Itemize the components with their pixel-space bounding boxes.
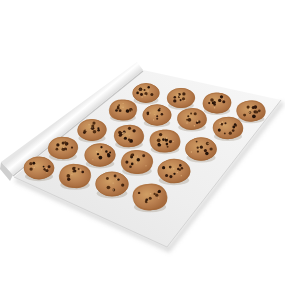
cookie xyxy=(142,104,171,127)
cookie xyxy=(132,83,159,104)
product-photo xyxy=(0,0,285,285)
cookie-sheet-photo xyxy=(0,0,285,285)
cookie xyxy=(95,171,129,198)
